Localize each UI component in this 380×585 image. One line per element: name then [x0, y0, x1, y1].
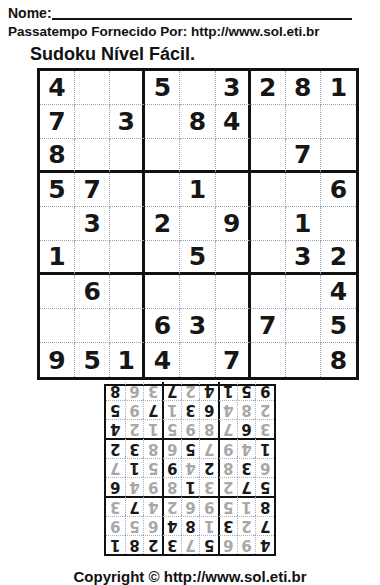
solution-cell: 5 — [199, 535, 218, 554]
puzzle-cell — [75, 139, 110, 173]
solution-cell: 4 — [218, 400, 237, 419]
puzzle-cell — [145, 105, 180, 139]
puzzle-cell — [110, 275, 145, 309]
puzzle-cell — [110, 71, 145, 105]
solution-cell: 3 — [181, 400, 200, 419]
solution-cell: 8 — [218, 458, 237, 477]
puzzle-cell: 7 — [40, 105, 75, 139]
solution-cell: 4 — [162, 516, 181, 535]
page-title: Sudoku Nível Fácil. — [30, 44, 372, 65]
puzzle-cell: 1 — [180, 173, 215, 207]
name-label: Nome: — [8, 6, 52, 20]
solution-cell: 4 — [199, 382, 218, 400]
solution-cell: 4 — [143, 496, 162, 516]
solution-cell: 1 — [255, 438, 274, 458]
solution-cell: 5 — [255, 477, 274, 496]
solution-cell: 5 — [143, 458, 162, 477]
puzzle-cell — [180, 71, 215, 105]
solution-cell: 6 — [199, 400, 218, 419]
puzzle-cell: 4 — [40, 71, 75, 105]
solution-cell: 6 — [255, 458, 274, 477]
puzzle-cell: 5 — [180, 241, 215, 275]
puzzle-cell — [145, 275, 180, 309]
puzzle-cell — [286, 105, 321, 139]
solution-cell: 6 — [181, 496, 200, 516]
solution-cell: 2 — [199, 458, 218, 477]
puzzle-cell: 5 — [40, 173, 75, 207]
puzzle-cell: 5 — [321, 309, 356, 343]
puzzle-cell: 1 — [321, 71, 356, 105]
puzzle-cell — [216, 275, 251, 309]
solution-cell: 7 — [143, 400, 162, 419]
puzzle-cell — [216, 309, 251, 343]
solution-cell: 8 — [199, 419, 218, 438]
puzzle-cell: 7 — [216, 343, 251, 377]
solution-cell: 3 — [125, 438, 144, 458]
puzzle-cell — [286, 309, 321, 343]
provider-line: Passatempo Fornecido Por: http://www.sol… — [8, 24, 372, 39]
puzzle-cell — [286, 275, 321, 309]
solution-cell: 5 — [106, 400, 125, 419]
solution-cell: 1 — [199, 516, 218, 535]
solution-cell: 4 — [106, 419, 125, 438]
solution-cell: 1 — [162, 400, 181, 419]
solution-cell: 3 — [237, 458, 256, 477]
puzzle-cell — [180, 275, 215, 309]
puzzle-cell: 5 — [75, 343, 110, 377]
solution-cell: 4 — [255, 535, 274, 554]
solution-cell: 2 — [255, 400, 274, 419]
solution-cell: 8 — [255, 496, 274, 516]
solution-cell: 9 — [181, 419, 200, 438]
puzzle-cell: 9 — [40, 343, 75, 377]
puzzle-cell — [321, 207, 356, 241]
solution-cell: 3 — [255, 419, 274, 438]
solution-cell: 4 — [237, 438, 256, 458]
solution-cell: 6 — [218, 535, 237, 554]
solution-cell: 3 — [199, 477, 218, 496]
puzzle-cell — [145, 139, 180, 173]
solution-cell: 8 — [162, 477, 181, 496]
puzzle-cell — [75, 71, 110, 105]
puzzle-cell: 1 — [40, 241, 75, 275]
puzzle-cell: 2 — [251, 71, 286, 105]
name-row: Nome: — [8, 5, 352, 20]
solution-cell: 8 — [125, 535, 144, 554]
solution-cell: 9 — [199, 496, 218, 516]
solution-cell: 9 — [218, 438, 237, 458]
puzzle-cell: 4 — [321, 275, 356, 309]
puzzle-cell — [321, 105, 356, 139]
solution-cell: 5 — [125, 516, 144, 535]
puzzle-cell — [75, 105, 110, 139]
puzzle-cell: 9 — [216, 207, 251, 241]
solution-cell: 6 — [162, 438, 181, 458]
puzzle-cell — [286, 343, 321, 377]
solution-cell: 4 — [181, 458, 200, 477]
puzzle-cell — [321, 139, 356, 173]
puzzle-cell — [251, 105, 286, 139]
solution-cell: 6 — [106, 477, 125, 496]
solution-cell: 9 — [125, 400, 144, 419]
solution-cell: 1 — [143, 419, 162, 438]
solution-cell: 2 — [218, 477, 237, 496]
puzzle-cell: 6 — [75, 275, 110, 309]
solution-cell: 1 — [106, 535, 125, 554]
solution-cell: 1 — [125, 458, 144, 477]
puzzle-cell: 4 — [145, 343, 180, 377]
puzzle-cell — [251, 173, 286, 207]
solution-cell: 7 — [181, 535, 200, 554]
solution-cell: 3 — [106, 496, 125, 516]
solution-cell: 7 — [106, 458, 125, 477]
puzzle-cell: 1 — [286, 207, 321, 241]
solution-cell: 3 — [143, 382, 162, 400]
solution-cell: 1 — [218, 382, 237, 400]
solution-cell: 4 — [125, 477, 144, 496]
puzzle-cell: 8 — [180, 105, 215, 139]
solution-cell: 5 — [181, 438, 200, 458]
puzzle-cell: 2 — [321, 241, 356, 275]
solution-cell: 7 — [218, 419, 237, 438]
puzzle-cell — [251, 241, 286, 275]
puzzle-cell — [110, 241, 145, 275]
solution-cell: 2 — [106, 438, 125, 458]
solution-cell: 8 — [143, 438, 162, 458]
puzzle-cell: 3 — [110, 105, 145, 139]
solution-cell: 2 — [162, 496, 181, 516]
solution-cell: 2 — [181, 382, 200, 400]
puzzle-cell: 6 — [321, 173, 356, 207]
solution-board: 4965732817231846598159624735723189466382… — [104, 384, 276, 556]
solution-cell: 9 — [255, 382, 274, 400]
puzzle-cell: 3 — [286, 241, 321, 275]
puzzle-cell: 3 — [75, 207, 110, 241]
puzzle-cell — [75, 241, 110, 275]
puzzle-cell — [40, 207, 75, 241]
footer-copyright: Copyright © http://www.sol.eti.br — [0, 568, 380, 585]
solution-cell: 3 — [162, 535, 181, 554]
puzzle-board: 453281738487571632911532646375951478 — [37, 68, 359, 380]
puzzle-cell — [145, 241, 180, 275]
puzzle-cell — [40, 309, 75, 343]
puzzle-cell: 1 — [110, 343, 145, 377]
solution-cell: 8 — [181, 516, 200, 535]
solution-cell: 8 — [237, 400, 256, 419]
puzzle-cell: 8 — [40, 139, 75, 173]
puzzle-cell — [75, 309, 110, 343]
name-underline — [52, 5, 352, 20]
solution-cell: 5 — [218, 496, 237, 516]
solution-cell: 5 — [162, 419, 181, 438]
puzzle-cell: 7 — [75, 173, 110, 207]
solution-cell: 7 — [237, 477, 256, 496]
puzzle-cell: 3 — [180, 309, 215, 343]
puzzle-cell: 6 — [145, 309, 180, 343]
solution-cell: 2 — [125, 419, 144, 438]
solution-cell: 1 — [237, 496, 256, 516]
puzzle-cell: 5 — [145, 71, 180, 105]
puzzle-cell: 4 — [216, 105, 251, 139]
solution-cell: 2 — [237, 516, 256, 535]
puzzle-cell: 8 — [286, 71, 321, 105]
puzzle-cell — [180, 139, 215, 173]
puzzle-cell — [216, 241, 251, 275]
solution-cell: 7 — [199, 438, 218, 458]
puzzle-cell — [251, 343, 286, 377]
puzzle-cell — [216, 139, 251, 173]
solution-cell: 9 — [143, 477, 162, 496]
solution-cell: 7 — [125, 496, 144, 516]
solution-cell: 7 — [162, 382, 181, 400]
puzzle-cell — [110, 207, 145, 241]
solution-cell: 1 — [181, 477, 200, 496]
solution-cell: 7 — [255, 516, 274, 535]
solution-cell: 6 — [143, 516, 162, 535]
puzzle-cell — [251, 139, 286, 173]
puzzle-cell: 8 — [321, 343, 356, 377]
puzzle-cell — [180, 207, 215, 241]
puzzle-cell: 7 — [286, 139, 321, 173]
solution-cell: 8 — [106, 382, 125, 400]
solution-cell: 6 — [237, 419, 256, 438]
puzzle-cell — [110, 139, 145, 173]
puzzle-cell — [251, 275, 286, 309]
solution-cell: 9 — [162, 458, 181, 477]
puzzle-cell — [40, 275, 75, 309]
puzzle-cell: 3 — [216, 71, 251, 105]
puzzle-cell: 2 — [145, 207, 180, 241]
solution-cell: 2 — [143, 535, 162, 554]
solution-cell: 6 — [125, 382, 144, 400]
solution-cell: 3 — [218, 516, 237, 535]
puzzle-cell — [251, 207, 286, 241]
puzzle-cell — [110, 309, 145, 343]
header: Nome: Passatempo Fornecido Por: http://w… — [0, 0, 380, 65]
solution-cell: 9 — [106, 516, 125, 535]
puzzle-cell — [286, 173, 321, 207]
puzzle-cell — [180, 343, 215, 377]
puzzle-cell — [110, 173, 145, 207]
solution-cell: 9 — [237, 535, 256, 554]
puzzle-cell — [145, 173, 180, 207]
solution-cell: 5 — [237, 382, 256, 400]
puzzle-cell: 7 — [251, 309, 286, 343]
puzzle-cell — [216, 173, 251, 207]
